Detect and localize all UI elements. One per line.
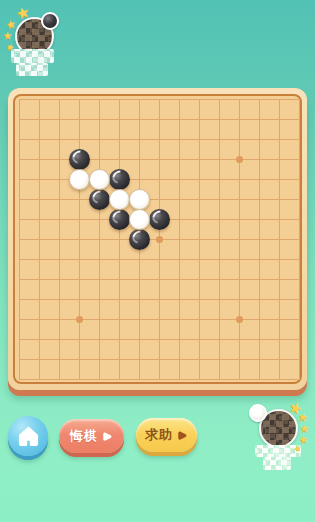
- black-stone: [89, 189, 110, 210]
- game-screen: ★★★★ 悔棋 求助 ★★★★★: [0, 0, 315, 522]
- white-stone: [129, 189, 150, 210]
- black-stone: [69, 149, 90, 170]
- player-bottom-name-censored-2: [263, 457, 291, 470]
- black-stone: [109, 209, 130, 230]
- grid-area[interactable]: [19, 99, 300, 380]
- white-stone: [89, 169, 110, 190]
- black-stone: [129, 229, 150, 250]
- cost-drop-icon: [176, 430, 188, 442]
- player-top-name-censored: [11, 49, 54, 63]
- cost-drop-icon: [101, 431, 113, 443]
- black-stone-badge: [41, 12, 59, 30]
- player-top-panel: ★★★★: [4, 3, 68, 83]
- undo-button-label: 悔棋: [70, 427, 98, 445]
- gomoku-board: [8, 88, 307, 390]
- star-point: [76, 316, 83, 323]
- player-top-name-censored-2: [16, 63, 48, 76]
- rank-star-icon: ★: [3, 31, 12, 41]
- rank-star-icon: ★: [297, 411, 309, 424]
- white-stone: [109, 189, 130, 210]
- star-point: [236, 316, 243, 323]
- white-stone: [69, 169, 90, 190]
- rank-star-icon: ★: [300, 424, 309, 434]
- star-point: [156, 236, 163, 243]
- undo-button[interactable]: 悔棋: [59, 419, 124, 453]
- black-stone: [149, 209, 170, 230]
- home-icon: [17, 425, 40, 448]
- help-button[interactable]: 求助: [136, 418, 197, 452]
- help-button-label: 求助: [145, 426, 173, 444]
- black-stone: [109, 169, 130, 190]
- star-point: [236, 156, 243, 163]
- rank-star-icon: ★: [14, 3, 31, 21]
- white-stone: [129, 209, 150, 230]
- rank-star-icon: ★: [5, 18, 17, 31]
- home-button[interactable]: [8, 416, 48, 456]
- player-bottom-panel: ★★★★★: [248, 398, 312, 478]
- white-stone-badge: [249, 404, 267, 422]
